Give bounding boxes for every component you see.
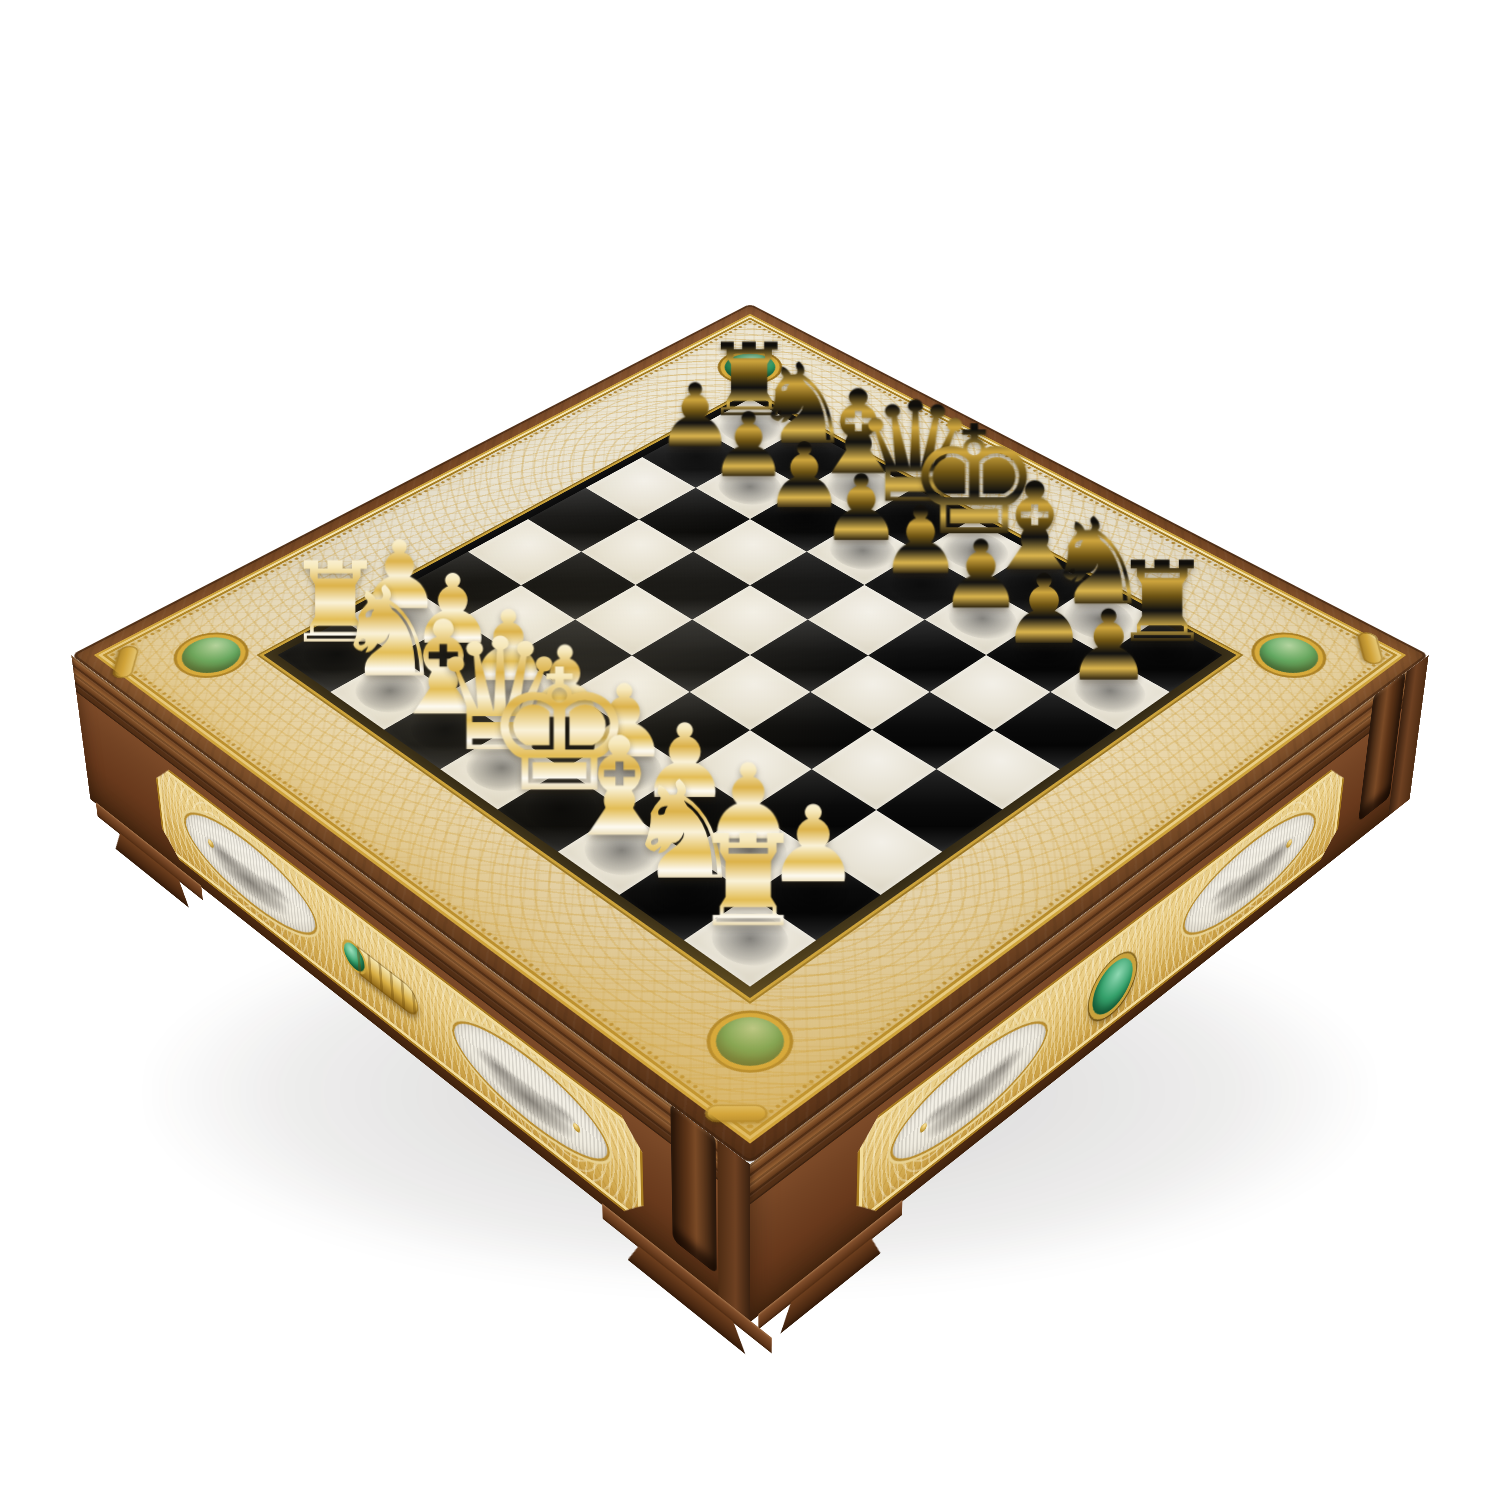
lid-clasp-near[interactable] — [705, 1104, 768, 1122]
drawer-knob-malachite-disc[interactable] — [1087, 941, 1138, 1032]
corner-post — [717, 1140, 750, 1322]
black-pawn-glyph: ♟ — [1065, 600, 1152, 693]
malachite-cabochon-left — [170, 630, 252, 680]
malachite-cap — [343, 937, 365, 977]
lid-clasp-left[interactable] — [111, 646, 140, 678]
drawer-pull-barrel-malachite[interactable] — [348, 939, 419, 1022]
malachite-cabochon-near — [702, 1007, 798, 1076]
malachite-cabochon-far — [714, 348, 786, 386]
malachite-cabochon-right — [1248, 630, 1330, 680]
product-photo-stage: ♜♞♝♛♚♝♞♜♟♟♟♟♟♟♟♟♟♟♟♟♟♟♟♟♜♞♝♛♚♝♞♜ — [0, 0, 1500, 1500]
white-rook-glyph: ♜ — [692, 821, 805, 941]
